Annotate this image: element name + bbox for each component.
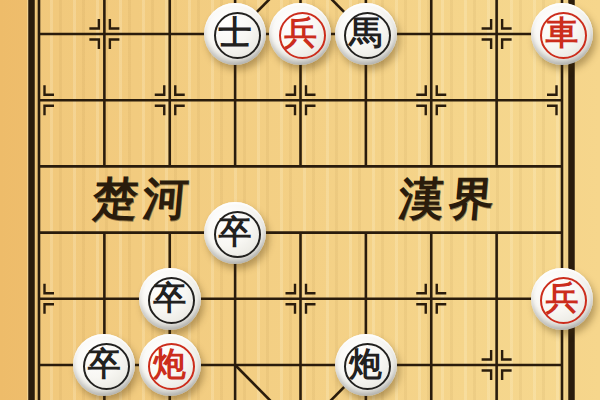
board-point[interactable]	[268, 266, 333, 332]
piece-red-soldier[interactable]: 兵	[531, 268, 593, 330]
piece-black-horse[interactable]: 馬	[335, 3, 397, 65]
piece-black-cannon[interactable]: 炮	[335, 334, 397, 396]
board-point[interactable]	[6, 266, 71, 332]
piece-glyph: 兵	[284, 16, 317, 49]
board-point[interactable]	[464, 1, 529, 67]
board-point[interactable]	[399, 1, 464, 67]
board-point[interactable]	[72, 266, 137, 332]
board-point[interactable]	[464, 332, 529, 398]
board-point[interactable]	[202, 133, 267, 199]
board-point[interactable]	[333, 199, 398, 265]
board-point[interactable]	[202, 332, 267, 398]
board-point[interactable]: 卒	[72, 332, 137, 398]
board-point[interactable]	[529, 332, 594, 398]
board-point[interactable]	[268, 133, 333, 199]
board-point[interactable]	[268, 67, 333, 133]
piece-glyph: 卒	[88, 347, 121, 380]
board-point[interactable]: 卒	[137, 266, 202, 332]
board-point[interactable]	[464, 67, 529, 133]
board-point[interactable]	[268, 199, 333, 265]
board-point[interactable]: 兵	[529, 266, 594, 332]
piece-red-cannon[interactable]: 炮	[139, 334, 201, 396]
xiangqi-board: 楚河 漢界 士兵馬車卒卒兵卒炮炮	[0, 0, 600, 400]
board-point[interactable]	[268, 332, 333, 398]
piece-black-advisor[interactable]: 士	[204, 3, 266, 65]
piece-glyph: 卒	[219, 215, 252, 248]
board-point[interactable]	[202, 67, 267, 133]
board-grid: 士兵馬車卒卒兵卒炮炮	[6, 1, 594, 398]
board-point[interactable]	[72, 133, 137, 199]
board-point[interactable]: 車	[529, 1, 594, 67]
piece-black-soldier[interactable]: 卒	[139, 268, 201, 330]
piece-glyph: 炮	[153, 347, 186, 380]
piece-red-soldier[interactable]: 兵	[269, 3, 331, 65]
board-point[interactable]	[6, 199, 71, 265]
board-point[interactable]	[202, 266, 267, 332]
board-point[interactable]	[399, 133, 464, 199]
board-point[interactable]	[72, 199, 137, 265]
board-point[interactable]: 馬	[333, 1, 398, 67]
board-point[interactable]	[333, 67, 398, 133]
board-point[interactable]	[137, 67, 202, 133]
board-point[interactable]: 炮	[333, 332, 398, 398]
board-point[interactable]: 炮	[137, 332, 202, 398]
board-point[interactable]: 兵	[268, 1, 333, 67]
piece-glyph: 士	[219, 16, 252, 49]
board-point[interactable]	[529, 199, 594, 265]
board-point[interactable]	[333, 133, 398, 199]
piece-glyph: 車	[545, 16, 578, 49]
board-point[interactable]	[399, 332, 464, 398]
board-point[interactable]	[464, 199, 529, 265]
board-point[interactable]	[137, 133, 202, 199]
board-point[interactable]	[72, 1, 137, 67]
board-point[interactable]	[137, 199, 202, 265]
piece-black-soldier[interactable]: 卒	[204, 202, 266, 264]
board-point[interactable]	[72, 67, 137, 133]
board-point[interactable]	[529, 67, 594, 133]
board-point[interactable]	[137, 1, 202, 67]
piece-glyph: 兵	[545, 281, 578, 314]
board-point[interactable]	[6, 133, 71, 199]
board-point[interactable]	[464, 133, 529, 199]
board-point[interactable]	[399, 67, 464, 133]
piece-glyph: 馬	[349, 16, 382, 49]
board-point[interactable]	[399, 199, 464, 265]
board-point[interactable]	[6, 67, 71, 133]
board-point[interactable]	[464, 266, 529, 332]
board-point[interactable]: 卒	[202, 199, 267, 265]
board-point[interactable]	[399, 266, 464, 332]
board-point[interactable]	[6, 332, 71, 398]
board-point[interactable]	[529, 133, 594, 199]
piece-red-chariot[interactable]: 車	[531, 3, 593, 65]
board-point[interactable]	[6, 1, 71, 67]
board-point[interactable]	[333, 266, 398, 332]
piece-black-soldier[interactable]: 卒	[73, 334, 135, 396]
piece-glyph: 炮	[349, 347, 382, 380]
piece-glyph: 卒	[153, 281, 186, 314]
board-point[interactable]: 士	[202, 1, 267, 67]
